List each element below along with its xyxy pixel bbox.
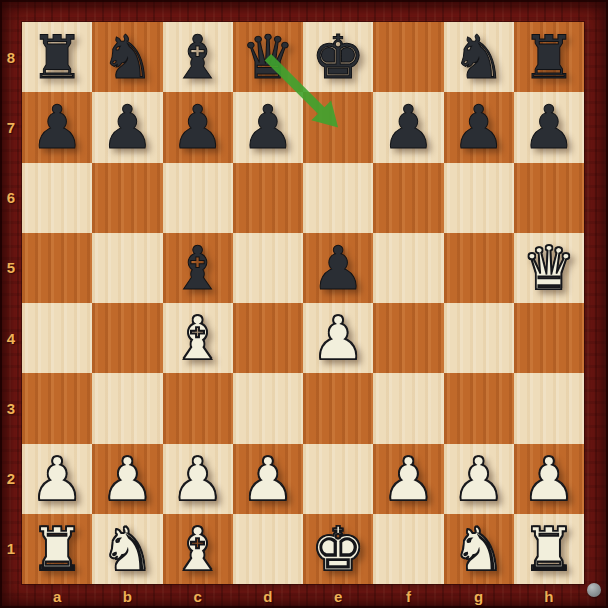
square-f7[interactable]: ♟ — [373, 92, 443, 162]
file-label-g: g — [444, 584, 514, 608]
square-e8[interactable]: ♚ — [303, 22, 373, 92]
rank-labels: 87654321 — [0, 22, 22, 584]
piece-white-pawn[interactable]: ♟ — [241, 449, 295, 509]
square-a8[interactable]: ♜ — [22, 22, 92, 92]
square-d7[interactable]: ♟ — [233, 92, 303, 162]
square-d8[interactable]: ♛ — [233, 22, 303, 92]
piece-white-knight[interactable]: ♞ — [452, 519, 506, 579]
square-c8[interactable]: ♝ — [163, 22, 233, 92]
square-g8[interactable]: ♞ — [444, 22, 514, 92]
square-c2[interactable]: ♟ — [163, 444, 233, 514]
square-e7[interactable] — [303, 92, 373, 162]
square-c3[interactable] — [163, 373, 233, 443]
piece-white-pawn[interactable]: ♟ — [30, 449, 84, 509]
piece-white-rook[interactable]: ♜ — [30, 519, 84, 579]
square-e4[interactable]: ♟ — [303, 303, 373, 373]
file-labels: abcdefgh — [22, 584, 584, 608]
piece-black-king[interactable]: ♚ — [311, 27, 365, 87]
rank-label-1: 1 — [0, 514, 22, 584]
rank-label-8: 8 — [0, 22, 22, 92]
square-g6[interactable] — [444, 163, 514, 233]
square-h4[interactable] — [514, 303, 584, 373]
square-a5[interactable] — [22, 233, 92, 303]
square-e6[interactable] — [303, 163, 373, 233]
square-e1[interactable]: ♚ — [303, 514, 373, 584]
file-label-f: f — [373, 584, 443, 608]
piece-white-rook[interactable]: ♜ — [522, 519, 576, 579]
file-label-c: c — [163, 584, 233, 608]
piece-black-rook[interactable]: ♜ — [30, 27, 84, 87]
piece-white-king[interactable]: ♚ — [311, 519, 365, 579]
file-label-b: b — [92, 584, 162, 608]
square-b4[interactable] — [92, 303, 162, 373]
chess-app: 87654321 abcdefgh ♜♞♝♛♚♞♜♟♟♟♟♟♟♟♝♟♛♝♟♟♟♟… — [0, 0, 608, 608]
piece-white-pawn[interactable]: ♟ — [171, 449, 225, 509]
piece-black-pawn[interactable]: ♟ — [100, 97, 154, 157]
file-label-d: d — [233, 584, 303, 608]
square-h2[interactable]: ♟ — [514, 444, 584, 514]
rank-label-7: 7 — [0, 92, 22, 162]
square-c6[interactable] — [163, 163, 233, 233]
piece-white-pawn[interactable]: ♟ — [452, 449, 506, 509]
square-a6[interactable] — [22, 163, 92, 233]
square-a3[interactable] — [22, 373, 92, 443]
square-a1[interactable]: ♜ — [22, 514, 92, 584]
chess-board: ♜♞♝♛♚♞♜♟♟♟♟♟♟♟♝♟♛♝♟♟♟♟♟♟♟♟♜♞♝♚♞♜ — [22, 22, 584, 584]
square-h6[interactable] — [514, 163, 584, 233]
piece-black-pawn[interactable]: ♟ — [452, 97, 506, 157]
square-f1[interactable] — [373, 514, 443, 584]
piece-white-knight[interactable]: ♞ — [100, 519, 154, 579]
square-h8[interactable]: ♜ — [514, 22, 584, 92]
square-g5[interactable] — [444, 233, 514, 303]
square-f4[interactable] — [373, 303, 443, 373]
square-g4[interactable] — [444, 303, 514, 373]
square-h5[interactable]: ♛ — [514, 233, 584, 303]
rank-label-2: 2 — [0, 444, 22, 514]
piece-black-pawn[interactable]: ♟ — [30, 97, 84, 157]
piece-black-pawn[interactable]: ♟ — [311, 238, 365, 298]
square-c1[interactable]: ♝ — [163, 514, 233, 584]
square-e3[interactable] — [303, 373, 373, 443]
square-a2[interactable]: ♟ — [22, 444, 92, 514]
piece-white-pawn[interactable]: ♟ — [100, 449, 154, 509]
rank-label-3: 3 — [0, 373, 22, 443]
piece-black-rook[interactable]: ♜ — [522, 27, 576, 87]
corner-dot — [587, 583, 601, 597]
file-label-h: h — [514, 584, 584, 608]
square-g2[interactable]: ♟ — [444, 444, 514, 514]
piece-white-bishop[interactable]: ♝ — [171, 308, 225, 368]
square-f5[interactable] — [373, 233, 443, 303]
piece-white-queen[interactable]: ♛ — [522, 238, 576, 298]
square-d2[interactable]: ♟ — [233, 444, 303, 514]
square-h3[interactable] — [514, 373, 584, 443]
piece-white-pawn[interactable]: ♟ — [381, 449, 435, 509]
square-c7[interactable]: ♟ — [163, 92, 233, 162]
piece-black-knight[interactable]: ♞ — [100, 27, 154, 87]
square-b3[interactable] — [92, 373, 162, 443]
piece-black-queen[interactable]: ♛ — [241, 27, 295, 87]
square-g7[interactable]: ♟ — [444, 92, 514, 162]
square-g1[interactable]: ♞ — [444, 514, 514, 584]
square-b7[interactable]: ♟ — [92, 92, 162, 162]
square-d6[interactable] — [233, 163, 303, 233]
square-a4[interactable] — [22, 303, 92, 373]
piece-white-pawn[interactable]: ♟ — [311, 308, 365, 368]
square-h1[interactable]: ♜ — [514, 514, 584, 584]
square-f6[interactable] — [373, 163, 443, 233]
square-b8[interactable]: ♞ — [92, 22, 162, 92]
square-a7[interactable]: ♟ — [22, 92, 92, 162]
piece-black-bishop[interactable]: ♝ — [171, 27, 225, 87]
square-c4[interactable]: ♝ — [163, 303, 233, 373]
square-g3[interactable] — [444, 373, 514, 443]
square-b6[interactable] — [92, 163, 162, 233]
square-h7[interactable]: ♟ — [514, 92, 584, 162]
square-d3[interactable] — [233, 373, 303, 443]
rank-label-6: 6 — [0, 163, 22, 233]
piece-black-pawn[interactable]: ♟ — [171, 97, 225, 157]
square-e2[interactable] — [303, 444, 373, 514]
square-c5[interactable]: ♝ — [163, 233, 233, 303]
square-d4[interactable] — [233, 303, 303, 373]
rank-label-4: 4 — [0, 303, 22, 373]
piece-black-bishop[interactable]: ♝ — [171, 238, 225, 298]
square-b1[interactable]: ♞ — [92, 514, 162, 584]
square-b5[interactable] — [92, 233, 162, 303]
file-label-a: a — [22, 584, 92, 608]
piece-black-pawn[interactable]: ♟ — [241, 97, 295, 157]
piece-white-pawn[interactable]: ♟ — [522, 449, 576, 509]
file-label-e: e — [303, 584, 373, 608]
square-f3[interactable] — [373, 373, 443, 443]
square-e5[interactable]: ♟ — [303, 233, 373, 303]
piece-black-knight[interactable]: ♞ — [452, 27, 506, 87]
piece-white-bishop[interactable]: ♝ — [171, 519, 225, 579]
square-d1[interactable] — [233, 514, 303, 584]
piece-black-pawn[interactable]: ♟ — [522, 97, 576, 157]
square-b2[interactable]: ♟ — [92, 444, 162, 514]
piece-black-pawn[interactable]: ♟ — [381, 97, 435, 157]
square-f2[interactable]: ♟ — [373, 444, 443, 514]
square-f8[interactable] — [373, 22, 443, 92]
square-d5[interactable] — [233, 233, 303, 303]
rank-label-5: 5 — [0, 233, 22, 303]
